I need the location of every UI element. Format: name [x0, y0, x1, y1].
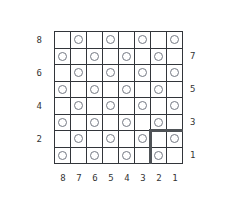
chart-cell: [119, 131, 135, 148]
stitch-label: 2: [151, 171, 167, 185]
chart-cell: [151, 131, 167, 148]
stitch-label: 3: [135, 171, 151, 185]
chart-cell: [167, 98, 183, 115]
yarn-over-icon: [122, 118, 131, 127]
chart-cell: [119, 49, 135, 66]
yarn-over-icon: [74, 68, 83, 77]
yarn-over-icon: [106, 101, 115, 110]
stitch-label: 5: [103, 171, 119, 185]
chart-cell: [151, 32, 167, 49]
yarn-over-icon: [170, 101, 179, 110]
chart-cell: [103, 98, 119, 115]
chart-cell: [167, 131, 183, 148]
stitch-label: 4: [119, 171, 135, 185]
chart-cell: [55, 98, 71, 115]
yarn-over-icon: [90, 151, 99, 160]
chart-cell: [135, 115, 151, 132]
chart-cell: [167, 49, 183, 66]
yarn-over-icon: [170, 35, 179, 44]
row-labels-left: 8642: [28, 32, 42, 164]
chart-cell: [55, 131, 71, 148]
chart-cell: [71, 32, 87, 49]
yarn-over-icon: [154, 118, 163, 127]
chart-cell: [103, 65, 119, 82]
chart-cell: [119, 82, 135, 99]
yarn-over-icon: [90, 85, 99, 94]
chart-cell: [55, 49, 71, 66]
row-label: 7: [190, 48, 202, 65]
row-label: 6: [28, 65, 42, 82]
stitch-label: 1: [167, 171, 183, 185]
chart-cell: [55, 82, 71, 99]
chart-cell: [71, 65, 87, 82]
chart-cell: [103, 49, 119, 66]
chart-cell: [167, 115, 183, 132]
yarn-over-icon: [58, 151, 67, 160]
row-label: [190, 65, 202, 82]
yarn-over-icon: [154, 85, 163, 94]
chart-cell: [87, 115, 103, 132]
chart-cell: [55, 65, 71, 82]
yarn-over-icon: [106, 68, 115, 77]
yarn-over-icon: [122, 52, 131, 61]
chart-cell: [103, 115, 119, 132]
row-label: [28, 147, 42, 164]
chart-cell: [135, 131, 151, 148]
row-label: 1: [190, 147, 202, 164]
chart-cell: [103, 32, 119, 49]
row-label: [28, 48, 42, 65]
chart-cell: [151, 49, 167, 66]
yarn-over-icon: [74, 101, 83, 110]
chart-cell: [119, 148, 135, 165]
stitch-labels-bottom: 87654321: [55, 171, 183, 185]
chart-cell: [71, 49, 87, 66]
chart-cell: [135, 49, 151, 66]
chart-cell: [135, 32, 151, 49]
yarn-over-icon: [106, 134, 115, 143]
yarn-over-icon: [122, 85, 131, 94]
chart-cell: [87, 65, 103, 82]
yarn-over-icon: [154, 52, 163, 61]
row-label: 3: [190, 114, 202, 131]
chart-cell: [167, 65, 183, 82]
yarn-over-icon: [58, 118, 67, 127]
chart-cell: [151, 148, 167, 165]
row-label: 2: [28, 131, 42, 148]
chart-cell: [135, 148, 151, 165]
chart-cell: [151, 65, 167, 82]
yarn-over-icon: [170, 68, 179, 77]
chart-cell: [167, 32, 183, 49]
yarn-over-icon: [90, 118, 99, 127]
row-label: [28, 81, 42, 98]
chart-cell: [55, 115, 71, 132]
chart-cell: [87, 148, 103, 165]
yarn-over-icon: [138, 134, 147, 143]
yarn-over-icon: [90, 52, 99, 61]
yarn-over-icon: [74, 134, 83, 143]
chart-cell: [71, 148, 87, 165]
stitch-label: 8: [55, 171, 71, 185]
yarn-over-icon: [58, 85, 67, 94]
chart-cell: [167, 148, 183, 165]
chart-cell: [55, 32, 71, 49]
chart-cell: [151, 115, 167, 132]
yarn-over-icon: [138, 35, 147, 44]
stitch-label: 7: [71, 171, 87, 185]
row-label: [190, 131, 202, 148]
chart-cell: [87, 49, 103, 66]
row-label: [190, 32, 202, 49]
knitting-chart: 8642 7531 87654321: [0, 0, 248, 215]
chart-cell: [167, 82, 183, 99]
chart-cell: [103, 131, 119, 148]
yarn-over-icon: [58, 52, 67, 61]
chart-cell: [71, 131, 87, 148]
chart-cell: [103, 82, 119, 99]
row-label: 8: [28, 32, 42, 49]
chart-cell: [87, 98, 103, 115]
chart-cell: [71, 98, 87, 115]
chart-cell: [151, 98, 167, 115]
chart-cell: [119, 115, 135, 132]
chart-cell: [119, 32, 135, 49]
chart-cell: [71, 82, 87, 99]
yarn-over-icon: [170, 134, 179, 143]
chart-cell: [87, 82, 103, 99]
chart-cell: [55, 148, 71, 165]
yarn-over-icon: [138, 68, 147, 77]
yarn-over-icon: [74, 35, 83, 44]
chart-cell: [87, 32, 103, 49]
row-label: 4: [28, 98, 42, 115]
yarn-over-icon: [106, 35, 115, 44]
yarn-over-icon: [138, 101, 147, 110]
yarn-over-icon: [122, 151, 131, 160]
chart-cell: [135, 65, 151, 82]
chart-cell: [119, 98, 135, 115]
stitch-label: 6: [87, 171, 103, 185]
row-label: 5: [190, 81, 202, 98]
chart-grid: [54, 31, 183, 164]
chart-cell: [103, 148, 119, 165]
chart-cell: [119, 65, 135, 82]
row-label: [190, 98, 202, 115]
yarn-over-icon: [154, 151, 163, 160]
row-label: [28, 114, 42, 131]
chart-cell: [87, 131, 103, 148]
chart-cell: [71, 115, 87, 132]
chart-cell: [135, 82, 151, 99]
row-labels-right: 7531: [190, 32, 202, 164]
chart-cell: [135, 98, 151, 115]
chart-cell: [151, 82, 167, 99]
